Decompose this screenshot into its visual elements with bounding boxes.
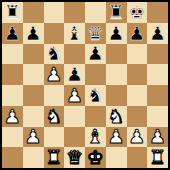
square-d3[interactable]: [64, 106, 85, 127]
white-pawn: ♟: [45, 65, 62, 84]
square-g1[interactable]: [127, 147, 148, 168]
square-c3[interactable]: ♞: [44, 106, 65, 127]
square-d6[interactable]: [64, 44, 85, 65]
square-a4[interactable]: [2, 85, 23, 106]
white-knight: ♞: [45, 107, 62, 126]
square-a2[interactable]: [2, 127, 23, 148]
square-a7[interactable]: ♟: [2, 23, 23, 44]
white-king: ♚: [87, 148, 104, 167]
white-pawn: ♟: [25, 127, 42, 146]
square-h7[interactable]: ♟: [147, 23, 168, 44]
square-f8[interactable]: ♜: [106, 2, 127, 23]
square-d8[interactable]: [64, 2, 85, 23]
square-e6[interactable]: ♟: [85, 44, 106, 65]
white-pawn: ♟: [4, 107, 21, 126]
square-d1[interactable]: ♛: [64, 147, 85, 168]
square-b8[interactable]: [23, 2, 44, 23]
square-a8[interactable]: ♜: [2, 2, 23, 23]
square-h4[interactable]: [147, 85, 168, 106]
black-pawn: ♟: [108, 24, 125, 43]
square-e4[interactable]: ♞: [85, 85, 106, 106]
square-b3[interactable]: [23, 106, 44, 127]
square-b2[interactable]: ♟: [23, 127, 44, 148]
square-d5[interactable]: ♟: [64, 64, 85, 85]
square-b4[interactable]: [23, 85, 44, 106]
black-queen: ♛: [87, 24, 104, 43]
white-pawn: ♟: [149, 127, 166, 146]
square-e7[interactable]: ♛: [85, 23, 106, 44]
square-f3[interactable]: ♞: [106, 106, 127, 127]
square-b1[interactable]: [23, 147, 44, 168]
white-bishop: ♝: [87, 127, 104, 146]
square-e1[interactable]: ♚: [85, 147, 106, 168]
square-c8[interactable]: [44, 2, 65, 23]
square-h8[interactable]: [147, 2, 168, 23]
square-g2[interactable]: ♟: [127, 127, 148, 148]
black-rook: ♜: [108, 3, 125, 22]
square-d4[interactable]: ♟: [64, 85, 85, 106]
square-g7[interactable]: ♟: [127, 23, 148, 44]
white-rook: ♜: [149, 148, 166, 167]
white-pawn: ♟: [108, 127, 125, 146]
square-e5[interactable]: [85, 64, 106, 85]
square-e3[interactable]: [85, 106, 106, 127]
square-d2[interactable]: [64, 127, 85, 148]
square-d7[interactable]: ♝: [64, 23, 85, 44]
square-f7[interactable]: ♟: [106, 23, 127, 44]
white-rook: ♜: [45, 148, 62, 167]
black-pawn: ♟: [4, 24, 21, 43]
black-pawn: ♟: [25, 24, 42, 43]
square-b7[interactable]: ♟: [23, 23, 44, 44]
square-g4[interactable]: [127, 85, 148, 106]
square-h1[interactable]: ♜: [147, 147, 168, 168]
black-pawn: ♟: [87, 44, 104, 63]
chess-board: ♜♜♚♟♟♝♛♟♟♟♞♟♟♟♟♞♟♞♞♟♝♟♟♟♜♛♚♜: [0, 0, 170, 170]
square-b6[interactable]: [23, 44, 44, 65]
square-c7[interactable]: [44, 23, 65, 44]
square-f1[interactable]: [106, 147, 127, 168]
square-c4[interactable]: [44, 85, 65, 106]
square-h5[interactable]: [147, 64, 168, 85]
black-king: ♚: [128, 3, 145, 22]
square-a3[interactable]: ♟: [2, 106, 23, 127]
square-g8[interactable]: ♚: [127, 2, 148, 23]
square-c1[interactable]: ♜: [44, 147, 65, 168]
black-bishop: ♝: [66, 24, 83, 43]
square-c2[interactable]: [44, 127, 65, 148]
square-f4[interactable]: [106, 85, 127, 106]
black-pawn: ♟: [128, 24, 145, 43]
square-f5[interactable]: [106, 64, 127, 85]
black-knight: ♞: [87, 86, 104, 105]
square-h6[interactable]: [147, 44, 168, 65]
black-rook: ♜: [4, 3, 21, 22]
square-a6[interactable]: [2, 44, 23, 65]
black-knight: ♞: [45, 44, 62, 63]
square-g6[interactable]: [127, 44, 148, 65]
square-f6[interactable]: [106, 44, 127, 65]
square-c5[interactable]: ♟: [44, 64, 65, 85]
white-queen: ♛: [66, 148, 83, 167]
square-a1[interactable]: [2, 147, 23, 168]
black-pawn: ♟: [66, 65, 83, 84]
white-pawn: ♟: [128, 127, 145, 146]
white-pawn: ♟: [66, 86, 83, 105]
square-e8[interactable]: [85, 2, 106, 23]
square-a5[interactable]: [2, 64, 23, 85]
square-f2[interactable]: ♟: [106, 127, 127, 148]
square-h3[interactable]: [147, 106, 168, 127]
square-g3[interactable]: [127, 106, 148, 127]
square-c6[interactable]: ♞: [44, 44, 65, 65]
square-h2[interactable]: ♟: [147, 127, 168, 148]
white-knight: ♞: [108, 107, 125, 126]
square-g5[interactable]: [127, 64, 148, 85]
black-pawn: ♟: [149, 24, 166, 43]
square-b5[interactable]: [23, 64, 44, 85]
square-e2[interactable]: ♝: [85, 127, 106, 148]
